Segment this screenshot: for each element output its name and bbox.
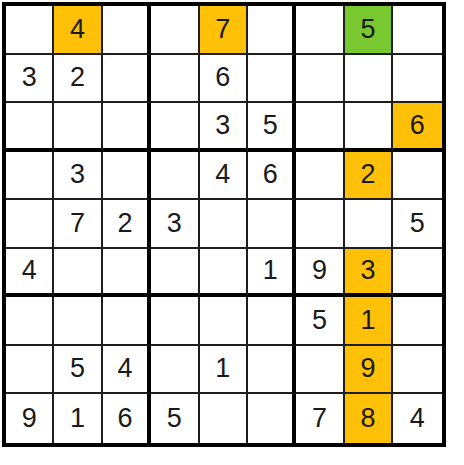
sudoku-cell-r8c6[interactable] <box>248 346 296 395</box>
sudoku-cell-r3c5[interactable]: 3 <box>200 103 248 152</box>
sudoku-cell-r9c9[interactable]: 4 <box>393 394 441 443</box>
sudoku-cell-r8c5[interactable]: 1 <box>200 346 248 395</box>
sudoku-cell-r6c6[interactable]: 1 <box>248 249 296 298</box>
sudoku-cell-r9c8[interactable]: 8 <box>345 394 393 443</box>
sudoku-cell-r7c6[interactable] <box>248 297 296 346</box>
sudoku-cell-r1c5[interactable]: 7 <box>200 6 248 55</box>
sudoku-cell-r5c4[interactable]: 3 <box>151 200 199 249</box>
sudoku-cell-r7c7[interactable]: 5 <box>296 297 344 346</box>
sudoku-cell-r9c5[interactable] <box>200 394 248 443</box>
sudoku-cell-r6c9[interactable] <box>393 249 441 298</box>
sudoku-cell-r8c8[interactable]: 9 <box>345 346 393 395</box>
sudoku-cell-r3c3[interactable] <box>103 103 151 152</box>
sudoku-cell-r3c9[interactable]: 6 <box>393 103 441 152</box>
sudoku-cell-r5c9[interactable]: 5 <box>393 200 441 249</box>
sudoku-cell-r4c5[interactable]: 4 <box>200 152 248 201</box>
sudoku-cell-r6c4[interactable] <box>151 249 199 298</box>
sudoku-cell-r1c4[interactable] <box>151 6 199 55</box>
sudoku-cell-r8c3[interactable]: 4 <box>103 346 151 395</box>
sudoku-cell-r5c6[interactable] <box>248 200 296 249</box>
sudoku-cell-r2c1[interactable]: 3 <box>6 55 54 104</box>
sudoku-cell-r5c2[interactable]: 7 <box>54 200 102 249</box>
sudoku-cell-r7c3[interactable] <box>103 297 151 346</box>
sudoku-cell-r7c9[interactable] <box>393 297 441 346</box>
sudoku-cell-r4c3[interactable] <box>103 152 151 201</box>
sudoku-cell-r5c7[interactable] <box>296 200 344 249</box>
sudoku-cell-r8c7[interactable] <box>296 346 344 395</box>
sudoku-cell-r2c8[interactable] <box>345 55 393 104</box>
sudoku-cell-r6c8[interactable]: 3 <box>345 249 393 298</box>
sudoku-cell-r5c1[interactable] <box>6 200 54 249</box>
sudoku-cell-r2c5[interactable]: 6 <box>200 55 248 104</box>
sudoku-cell-r2c6[interactable] <box>248 55 296 104</box>
sudoku-board-wrapper: 4753263563462723541935154199165784 <box>0 0 448 449</box>
sudoku-cell-r4c1[interactable] <box>6 152 54 201</box>
sudoku-cell-r9c3[interactable]: 6 <box>103 394 151 443</box>
sudoku-cell-r2c3[interactable] <box>103 55 151 104</box>
sudoku-cell-r7c8[interactable]: 1 <box>345 297 393 346</box>
sudoku-cell-r7c2[interactable] <box>54 297 102 346</box>
sudoku-cell-r9c4[interactable]: 5 <box>151 394 199 443</box>
sudoku-cell-r1c7[interactable] <box>296 6 344 55</box>
sudoku-cell-r9c7[interactable]: 7 <box>296 394 344 443</box>
sudoku-cell-r4c8[interactable]: 2 <box>345 152 393 201</box>
sudoku-cell-r1c8[interactable]: 5 <box>345 6 393 55</box>
sudoku-cell-r4c7[interactable] <box>296 152 344 201</box>
sudoku-cell-r3c6[interactable]: 5 <box>248 103 296 152</box>
sudoku-cell-r3c1[interactable] <box>6 103 54 152</box>
sudoku-cell-r3c4[interactable] <box>151 103 199 152</box>
sudoku-cell-r2c2[interactable]: 2 <box>54 55 102 104</box>
sudoku-cell-r5c8[interactable] <box>345 200 393 249</box>
sudoku-cell-r8c9[interactable] <box>393 346 441 395</box>
sudoku-cell-r1c2[interactable]: 4 <box>54 6 102 55</box>
sudoku-cell-r2c7[interactable] <box>296 55 344 104</box>
sudoku-cell-r4c4[interactable] <box>151 152 199 201</box>
sudoku-cell-r3c7[interactable] <box>296 103 344 152</box>
sudoku-cell-r7c1[interactable] <box>6 297 54 346</box>
sudoku-cell-r1c1[interactable] <box>6 6 54 55</box>
sudoku-cell-r5c3[interactable]: 2 <box>103 200 151 249</box>
sudoku-cell-r9c6[interactable] <box>248 394 296 443</box>
sudoku-cell-r2c4[interactable] <box>151 55 199 104</box>
sudoku-cell-r1c9[interactable] <box>393 6 441 55</box>
sudoku-cell-r9c2[interactable]: 1 <box>54 394 102 443</box>
sudoku-cell-r1c6[interactable] <box>248 6 296 55</box>
sudoku-cell-r3c2[interactable] <box>54 103 102 152</box>
sudoku-cell-r6c3[interactable] <box>103 249 151 298</box>
sudoku-board: 4753263563462723541935154199165784 <box>2 2 446 447</box>
sudoku-cell-r8c2[interactable]: 5 <box>54 346 102 395</box>
sudoku-cell-r5c5[interactable] <box>200 200 248 249</box>
sudoku-cell-r1c3[interactable] <box>103 6 151 55</box>
sudoku-cell-r6c5[interactable] <box>200 249 248 298</box>
sudoku-cell-r8c1[interactable] <box>6 346 54 395</box>
sudoku-cell-r4c2[interactable]: 3 <box>54 152 102 201</box>
sudoku-cell-r8c4[interactable] <box>151 346 199 395</box>
sudoku-cell-r4c9[interactable] <box>393 152 441 201</box>
sudoku-cell-r7c5[interactable] <box>200 297 248 346</box>
sudoku-cell-r7c4[interactable] <box>151 297 199 346</box>
sudoku-cell-r4c6[interactable]: 6 <box>248 152 296 201</box>
sudoku-cell-r6c2[interactable] <box>54 249 102 298</box>
sudoku-cell-r6c7[interactable]: 9 <box>296 249 344 298</box>
sudoku-cell-r3c8[interactable] <box>345 103 393 152</box>
sudoku-cell-r9c1[interactable]: 9 <box>6 394 54 443</box>
sudoku-cell-r2c9[interactable] <box>393 55 441 104</box>
sudoku-cell-r6c1[interactable]: 4 <box>6 249 54 298</box>
